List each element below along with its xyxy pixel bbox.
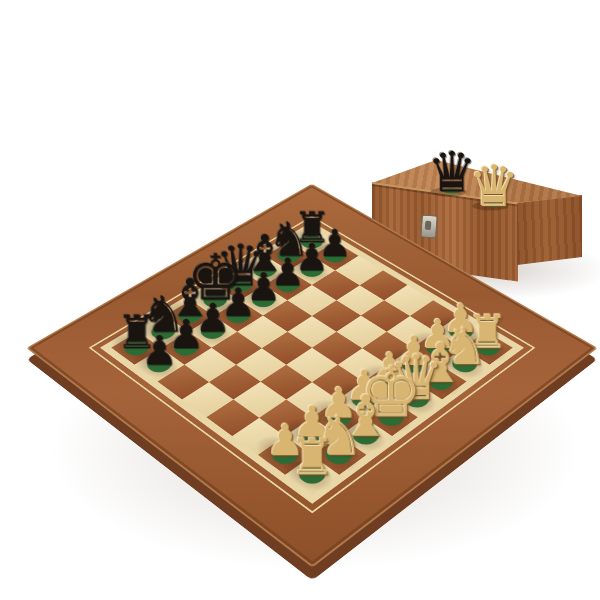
board-scene: ♜♟♞♟♝♟♛♟♚♟♝♟♟♞♜♟♟♜♞♟♟♝♟♛♟♚♟♝♟♞♟♜ [0,0,600,600]
chess-set-product-photo: ♛♛ ♜♟♞♟♝♟♛♟♚♟♝♟♟♞♜♟♟♜♞♟♟♝♟♛♟♚♟♝♟♞♟♜ [0,0,600,600]
chess-board: ♜♟♞♟♝♟♛♟♚♟♝♟♟♞♜♟♟♜♞♟♟♝♟♛♟♚♟♝♟♞♟♜ [26,184,597,568]
